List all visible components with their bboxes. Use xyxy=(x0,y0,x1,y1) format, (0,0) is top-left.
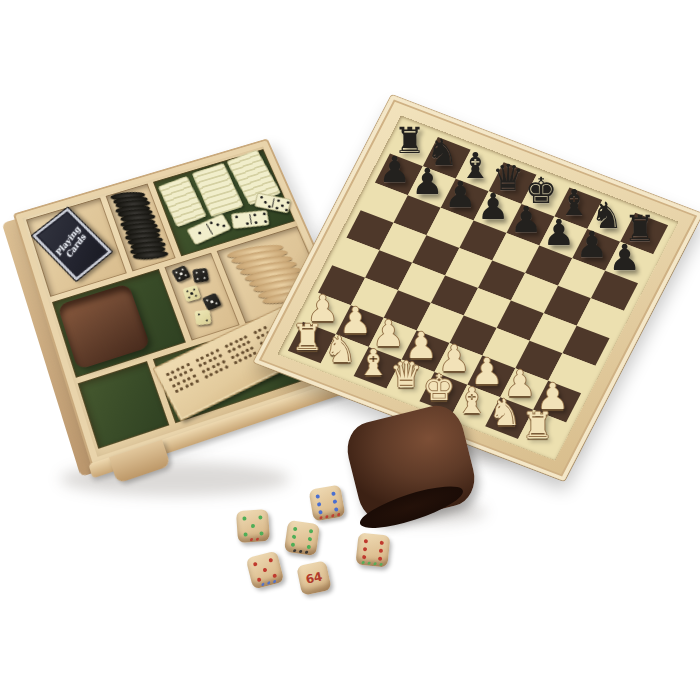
die-pips xyxy=(185,287,199,299)
wooden-die xyxy=(236,509,270,543)
black-pawn: ♟ xyxy=(411,164,443,200)
domino-half xyxy=(249,211,268,226)
domino-half xyxy=(232,213,251,228)
domino-half xyxy=(272,197,290,212)
die-pips xyxy=(174,267,189,280)
black-pawn: ♟ xyxy=(576,227,608,263)
chess-board: ♜♞♝♛♚♝♞♜♟♟♟♟♟♟♟♟♟♟♟♟♟♟♟♟♜♞♝♛♚♝♞♜ xyxy=(254,95,700,481)
white-knight: ♞ xyxy=(324,332,356,368)
die-pips xyxy=(204,295,219,308)
black-die xyxy=(192,268,209,283)
ivory-die xyxy=(183,285,201,302)
ivory-die xyxy=(194,310,211,326)
white-rook: ♜ xyxy=(521,408,553,444)
wooden-die xyxy=(308,484,345,521)
playing-cards-deck: Playing Cards xyxy=(31,206,114,282)
wooden-die xyxy=(246,551,285,590)
chess-board-surface: ♜♞♝♛♚♝♞♜♟♟♟♟♟♟♟♟♟♟♟♟♟♟♟♟♜♞♝♛♚♝♞♜ xyxy=(277,115,678,460)
die-pips xyxy=(194,270,207,281)
white-bishop: ♝ xyxy=(357,345,389,381)
black-pawn: ♟ xyxy=(543,214,575,250)
domino-tile-2-4 xyxy=(231,210,270,229)
white-bishop: ♝ xyxy=(456,383,488,419)
black-pawn: ♟ xyxy=(477,189,509,225)
white-king: ♚ xyxy=(423,370,455,406)
black-pawn: ♟ xyxy=(444,177,476,213)
die-side-face xyxy=(240,535,267,544)
black-pawn: ♟ xyxy=(378,152,410,188)
chess-board-grid: ♜♞♝♛♚♝♞♜♟♟♟♟♟♟♟♟♟♟♟♟♟♟♟♟♜♞♝♛♚♝♞♜ xyxy=(288,124,668,451)
white-queen: ♛ xyxy=(390,357,422,393)
white-rook: ♜ xyxy=(291,320,323,356)
die-pips xyxy=(197,312,209,323)
wooden-die xyxy=(355,532,390,567)
white-knight: ♞ xyxy=(489,395,521,431)
dice-cup-stored xyxy=(57,283,150,370)
black-die xyxy=(202,293,222,311)
wooden-die xyxy=(284,520,320,556)
black-pawn: ♟ xyxy=(510,202,542,238)
doubling-cube: 64 xyxy=(296,560,332,596)
domino-half xyxy=(255,194,273,209)
playing-cards-label: Playing Cards xyxy=(50,221,94,266)
black-die xyxy=(171,265,191,283)
die-side-face xyxy=(357,559,385,568)
black-pawn: ♟ xyxy=(608,240,640,276)
